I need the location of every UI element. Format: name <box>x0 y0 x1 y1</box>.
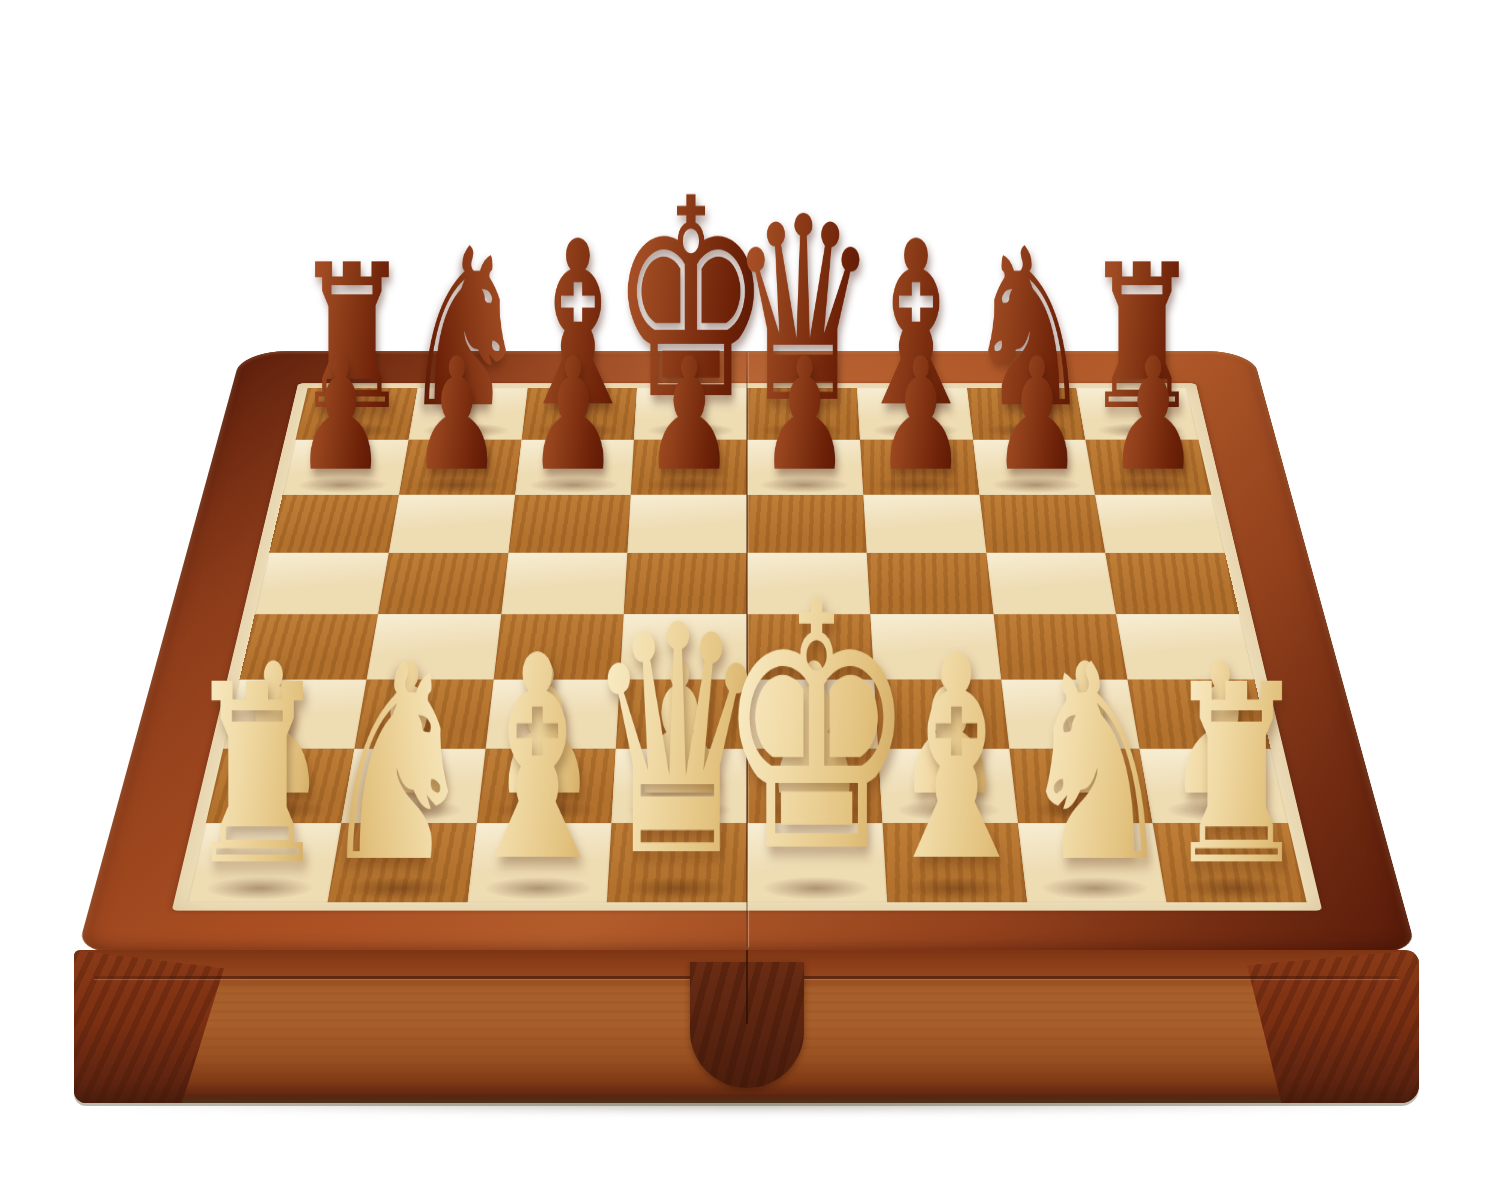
box-front <box>74 950 1419 1103</box>
square-h7[interactable]: ♟ <box>1085 440 1211 495</box>
square-b6[interactable] <box>388 495 514 553</box>
piece-white-rook[interactable]: ♜ <box>185 652 330 900</box>
piece-black-pawn[interactable]: ♟ <box>527 338 618 494</box>
piece-black-pawn[interactable]: ♟ <box>875 338 966 494</box>
piece-white-knight[interactable]: ♞ <box>318 630 477 900</box>
square-h5[interactable] <box>1105 553 1239 614</box>
photo-canvas: ♜♞♝♚♛♝♞♜♟♟♟♟♟♟♟♟♟♟♟♟♟♟♟♟♜♞♝♛♚♝♞♜ <box>0 0 1493 1200</box>
box-hinge-seam <box>746 950 748 1024</box>
piece-white-bishop[interactable]: ♝ <box>873 618 1038 900</box>
square-b1[interactable]: ♞ <box>327 823 476 902</box>
square-a7[interactable]: ♟ <box>282 440 408 495</box>
square-g6[interactable] <box>979 495 1105 553</box>
piece-black-pawn[interactable]: ♟ <box>411 338 502 494</box>
square-c6[interactable] <box>508 495 631 553</box>
square-f1[interactable]: ♝ <box>882 823 1027 902</box>
square-c7[interactable]: ♟ <box>514 440 633 495</box>
square-d7[interactable]: ♟ <box>630 440 746 495</box>
piece-black-pawn[interactable]: ♟ <box>295 338 386 494</box>
piece-black-pawn[interactable]: ♟ <box>759 338 850 494</box>
piece-white-rook[interactable]: ♜ <box>1163 652 1308 900</box>
square-a6[interactable] <box>269 495 399 553</box>
chess-board: ♜♞♝♚♛♝♞♜♟♟♟♟♟♟♟♟♟♟♟♟♟♟♟♟♜♞♝♛♚♝♞♜ <box>77 351 1417 952</box>
square-e1[interactable]: ♚ <box>747 823 887 902</box>
square-g1[interactable]: ♞ <box>1017 823 1166 902</box>
square-a5[interactable] <box>254 553 388 614</box>
square-h1[interactable]: ♜ <box>1152 823 1306 902</box>
piece-black-pawn[interactable]: ♟ <box>643 338 734 494</box>
square-g7[interactable]: ♟ <box>972 440 1094 495</box>
piece-black-pawn[interactable]: ♟ <box>991 338 1082 494</box>
square-e7[interactable]: ♟ <box>747 440 863 495</box>
square-b7[interactable]: ♟ <box>398 440 520 495</box>
piece-black-pawn[interactable]: ♟ <box>1107 338 1198 494</box>
square-h6[interactable] <box>1095 495 1225 553</box>
piece-white-knight[interactable]: ♞ <box>1017 630 1176 900</box>
square-f7[interactable]: ♟ <box>859 440 978 495</box>
